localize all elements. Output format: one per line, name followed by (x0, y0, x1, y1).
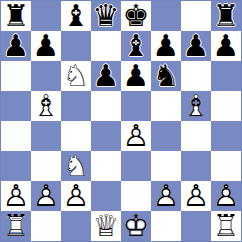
piece-white-knight[interactable]: ♞♘ (61, 61, 91, 91)
square-g5[interactable]: ♝♗ (181, 91, 211, 121)
piece-white-king[interactable]: ♚♔ (121, 211, 151, 241)
piece-black-pawn[interactable]: ♟ (211, 31, 241, 61)
square-e7[interactable]: ♝ (121, 31, 151, 61)
piece-white-pawn[interactable]: ♟♙ (151, 181, 181, 211)
square-e1[interactable]: ♚♔ (121, 211, 151, 241)
square-f1[interactable] (151, 211, 181, 241)
square-g4[interactable] (181, 121, 211, 151)
square-d7[interactable] (91, 31, 121, 61)
piece-white-pawn[interactable]: ♟♙ (181, 181, 211, 211)
square-b8[interactable] (31, 1, 61, 31)
piece-black-pawn[interactable]: ♟ (181, 31, 211, 61)
piece-white-queen[interactable]: ♛♕ (91, 211, 121, 241)
square-h1[interactable]: ♜♖ (211, 211, 241, 241)
square-a2[interactable]: ♟♙ (1, 181, 31, 211)
square-g3[interactable] (181, 151, 211, 181)
piece-outline: ♘ (61, 61, 91, 91)
piece-outline: ♙ (211, 181, 241, 211)
piece-outline: ♖ (211, 211, 241, 241)
square-f6[interactable]: ♞ (151, 61, 181, 91)
piece-white-bishop[interactable]: ♝♗ (31, 91, 61, 121)
piece-black-pawn[interactable]: ♟ (31, 31, 61, 61)
piece-outline: ♙ (61, 181, 91, 211)
square-f4[interactable] (151, 121, 181, 151)
square-b7[interactable]: ♟ (31, 31, 61, 61)
square-c1[interactable] (61, 211, 91, 241)
square-g7[interactable]: ♟ (181, 31, 211, 61)
square-b4[interactable] (31, 121, 61, 151)
piece-black-king[interactable]: ♚ (121, 1, 151, 31)
piece-black-bishop[interactable]: ♝ (121, 31, 151, 61)
square-c5[interactable] (61, 91, 91, 121)
piece-black-pawn[interactable]: ♟ (91, 61, 121, 91)
square-d4[interactable] (91, 121, 121, 151)
square-c4[interactable] (61, 121, 91, 151)
square-d5[interactable] (91, 91, 121, 121)
square-a1[interactable]: ♜♖ (1, 211, 31, 241)
square-d8[interactable]: ♛ (91, 1, 121, 31)
piece-white-pawn[interactable]: ♟♙ (61, 181, 91, 211)
square-c6[interactable]: ♞♘ (61, 61, 91, 91)
square-f3[interactable] (151, 151, 181, 181)
piece-outline: ♖ (1, 211, 31, 241)
piece-black-pawn[interactable]: ♟ (1, 31, 31, 61)
square-h7[interactable]: ♟ (211, 31, 241, 61)
piece-white-rook[interactable]: ♜♖ (1, 211, 31, 241)
piece-outline: ♙ (151, 181, 181, 211)
square-e4[interactable]: ♟♙ (121, 121, 151, 151)
piece-black-pawn[interactable]: ♟ (151, 31, 181, 61)
square-d3[interactable] (91, 151, 121, 181)
piece-white-rook[interactable]: ♜♖ (211, 211, 241, 241)
square-b5[interactable]: ♝♗ (31, 91, 61, 121)
square-c3[interactable]: ♞♘ (61, 151, 91, 181)
piece-white-bishop[interactable]: ♝♗ (181, 91, 211, 121)
square-a8[interactable]: ♜ (1, 1, 31, 31)
square-a7[interactable]: ♟ (1, 31, 31, 61)
piece-white-knight[interactable]: ♞♘ (61, 151, 91, 181)
square-g2[interactable]: ♟♙ (181, 181, 211, 211)
square-c2[interactable]: ♟♙ (61, 181, 91, 211)
square-e2[interactable] (121, 181, 151, 211)
square-c7[interactable] (61, 31, 91, 61)
square-h3[interactable] (211, 151, 241, 181)
square-b3[interactable] (31, 151, 61, 181)
square-h8[interactable]: ♜ (211, 1, 241, 31)
square-f8[interactable] (151, 1, 181, 31)
square-h6[interactable] (211, 61, 241, 91)
square-g1[interactable] (181, 211, 211, 241)
piece-outline: ♙ (1, 181, 31, 211)
piece-outline: ♙ (181, 181, 211, 211)
chess-board: ♜♝♛♚♜♟♟♝♟♟♟♞♘♟♟♞♝♗♝♗♟♙♞♘♟♙♟♙♟♙♟♙♟♙♟♙♜♖♛♕… (0, 0, 242, 242)
piece-white-pawn[interactable]: ♟♙ (31, 181, 61, 211)
square-a3[interactable] (1, 151, 31, 181)
piece-outline: ♘ (61, 151, 91, 181)
piece-black-rook[interactable]: ♜ (1, 1, 31, 31)
square-d6[interactable]: ♟ (91, 61, 121, 91)
square-h4[interactable] (211, 121, 241, 151)
square-a6[interactable] (1, 61, 31, 91)
square-g6[interactable] (181, 61, 211, 91)
square-f7[interactable]: ♟ (151, 31, 181, 61)
square-e5[interactable] (121, 91, 151, 121)
piece-black-pawn[interactable]: ♟ (121, 61, 151, 91)
square-b6[interactable] (31, 61, 61, 91)
square-g8[interactable] (181, 1, 211, 31)
square-c8[interactable]: ♝ (61, 1, 91, 31)
square-f2[interactable]: ♟♙ (151, 181, 181, 211)
square-e8[interactable]: ♚ (121, 1, 151, 31)
square-h5[interactable] (211, 91, 241, 121)
square-d1[interactable]: ♛♕ (91, 211, 121, 241)
piece-outline: ♗ (181, 91, 211, 121)
square-d2[interactable] (91, 181, 121, 211)
square-f5[interactable] (151, 91, 181, 121)
square-a4[interactable] (1, 121, 31, 151)
piece-outline: ♙ (121, 121, 151, 151)
piece-white-pawn[interactable]: ♟♙ (121, 121, 151, 151)
piece-outline: ♗ (31, 91, 61, 121)
square-b2[interactable]: ♟♙ (31, 181, 61, 211)
piece-outline: ♕ (91, 211, 121, 241)
square-b1[interactable] (31, 211, 61, 241)
piece-white-pawn[interactable]: ♟♙ (1, 181, 31, 211)
piece-black-queen[interactable]: ♛ (91, 1, 121, 31)
square-e6[interactable]: ♟ (121, 61, 151, 91)
piece-white-pawn[interactable]: ♟♙ (211, 181, 241, 211)
square-h2[interactable]: ♟♙ (211, 181, 241, 211)
square-a5[interactable] (1, 91, 31, 121)
piece-black-bishop[interactable]: ♝ (61, 1, 91, 31)
piece-black-knight[interactable]: ♞ (151, 61, 181, 91)
square-e3[interactable] (121, 151, 151, 181)
piece-black-rook[interactable]: ♜ (211, 1, 241, 31)
piece-outline: ♔ (121, 211, 151, 241)
piece-outline: ♙ (31, 181, 61, 211)
